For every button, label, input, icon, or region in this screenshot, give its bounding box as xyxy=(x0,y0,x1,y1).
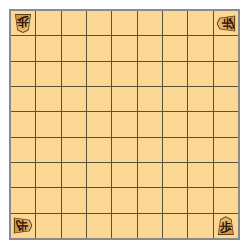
board-cell[interactable] xyxy=(214,36,238,60)
board-cell[interactable] xyxy=(11,87,35,111)
board-cell[interactable] xyxy=(214,163,238,187)
board-cell[interactable] xyxy=(62,36,86,60)
piece-kanji: 歩 xyxy=(217,216,235,235)
board-cell[interactable] xyxy=(62,188,86,212)
board-cell[interactable] xyxy=(36,112,60,136)
board-cell[interactable] xyxy=(87,11,111,35)
board-cell[interactable] xyxy=(112,36,136,60)
board-cell[interactable] xyxy=(11,62,35,86)
board-cell[interactable] xyxy=(138,87,162,111)
board-cell[interactable] xyxy=(36,62,60,86)
board-cell[interactable] xyxy=(11,138,35,162)
board-cell[interactable] xyxy=(36,214,60,238)
board-cell[interactable] xyxy=(36,87,60,111)
board-cell[interactable] xyxy=(112,62,136,86)
board-cell[interactable] xyxy=(62,62,86,86)
shogi-piece-pawn[interactable]: 歩 xyxy=(14,14,32,33)
board-cell[interactable] xyxy=(188,11,212,35)
board-cell[interactable] xyxy=(163,11,187,35)
board-cell[interactable] xyxy=(87,188,111,212)
board-cell[interactable] xyxy=(163,112,187,136)
board-cell[interactable] xyxy=(138,188,162,212)
board-cell[interactable] xyxy=(11,188,35,212)
shogi-board-grid: 歩歩歩歩 xyxy=(11,11,238,238)
board-cell[interactable] xyxy=(87,163,111,187)
board-cell[interactable] xyxy=(138,62,162,86)
board-cell[interactable] xyxy=(87,87,111,111)
board-cell[interactable] xyxy=(62,138,86,162)
board-cell[interactable] xyxy=(11,36,35,60)
board-cell[interactable] xyxy=(188,87,212,111)
board-cell[interactable] xyxy=(112,163,136,187)
board-cell[interactable] xyxy=(36,188,60,212)
board-cell[interactable] xyxy=(36,36,60,60)
board-cell[interactable] xyxy=(188,36,212,60)
board-cell[interactable] xyxy=(87,214,111,238)
board-cell[interactable] xyxy=(138,138,162,162)
board-cell[interactable] xyxy=(163,62,187,86)
piece-kanji: 歩 xyxy=(14,217,33,235)
board-cell[interactable] xyxy=(62,112,86,136)
board-cell[interactable] xyxy=(62,214,86,238)
board-cell[interactable] xyxy=(188,112,212,136)
board-cell[interactable] xyxy=(112,87,136,111)
board-cell[interactable] xyxy=(112,188,136,212)
board-cell[interactable]: 歩 xyxy=(214,214,238,238)
board-cell[interactable] xyxy=(138,11,162,35)
shogi-piece-pawn[interactable]: 歩 xyxy=(217,216,235,235)
board-cell[interactable] xyxy=(36,138,60,162)
board-cell[interactable] xyxy=(188,138,212,162)
board-cell[interactable]: 歩 xyxy=(214,11,238,35)
board-cell[interactable] xyxy=(214,87,238,111)
board-cell[interactable] xyxy=(62,87,86,111)
board-cell[interactable] xyxy=(87,36,111,60)
board-cell[interactable]: 歩 xyxy=(11,11,35,35)
shogi-piece-pawn[interactable]: 歩 xyxy=(216,14,235,32)
board-cell[interactable] xyxy=(36,163,60,187)
board-cell[interactable] xyxy=(138,214,162,238)
board-cell[interactable] xyxy=(188,188,212,212)
board-cell[interactable] xyxy=(163,163,187,187)
board-cell[interactable] xyxy=(112,138,136,162)
board-cell[interactable] xyxy=(87,138,111,162)
board-cell[interactable] xyxy=(214,62,238,86)
board-cell[interactable] xyxy=(112,11,136,35)
board-cell[interactable] xyxy=(138,163,162,187)
board-cell[interactable] xyxy=(36,11,60,35)
board-cell[interactable] xyxy=(87,62,111,86)
shogi-board: 歩歩歩歩 xyxy=(9,9,240,240)
board-cell[interactable] xyxy=(163,188,187,212)
board-cell[interactable] xyxy=(163,214,187,238)
board-cell[interactable] xyxy=(163,138,187,162)
board-cell[interactable] xyxy=(11,112,35,136)
board-cell[interactable] xyxy=(163,87,187,111)
board-cell[interactable] xyxy=(214,138,238,162)
piece-kanji: 歩 xyxy=(216,14,235,32)
board-cell[interactable] xyxy=(62,11,86,35)
board-cell[interactable] xyxy=(112,112,136,136)
board-cell[interactable] xyxy=(112,214,136,238)
board-cell[interactable] xyxy=(188,214,212,238)
shogi-piece-pawn[interactable]: 歩 xyxy=(14,217,33,235)
board-cell[interactable]: 歩 xyxy=(11,214,35,238)
board-cell[interactable] xyxy=(188,62,212,86)
board-cell[interactable] xyxy=(163,36,187,60)
board-cell[interactable] xyxy=(214,112,238,136)
board-cell[interactable] xyxy=(62,163,86,187)
piece-kanji: 歩 xyxy=(14,14,32,33)
board-cell[interactable] xyxy=(214,188,238,212)
board-cell[interactable] xyxy=(87,112,111,136)
board-cell[interactable] xyxy=(11,163,35,187)
board-cell[interactable] xyxy=(138,36,162,60)
board-cell[interactable] xyxy=(188,163,212,187)
board-cell[interactable] xyxy=(138,112,162,136)
